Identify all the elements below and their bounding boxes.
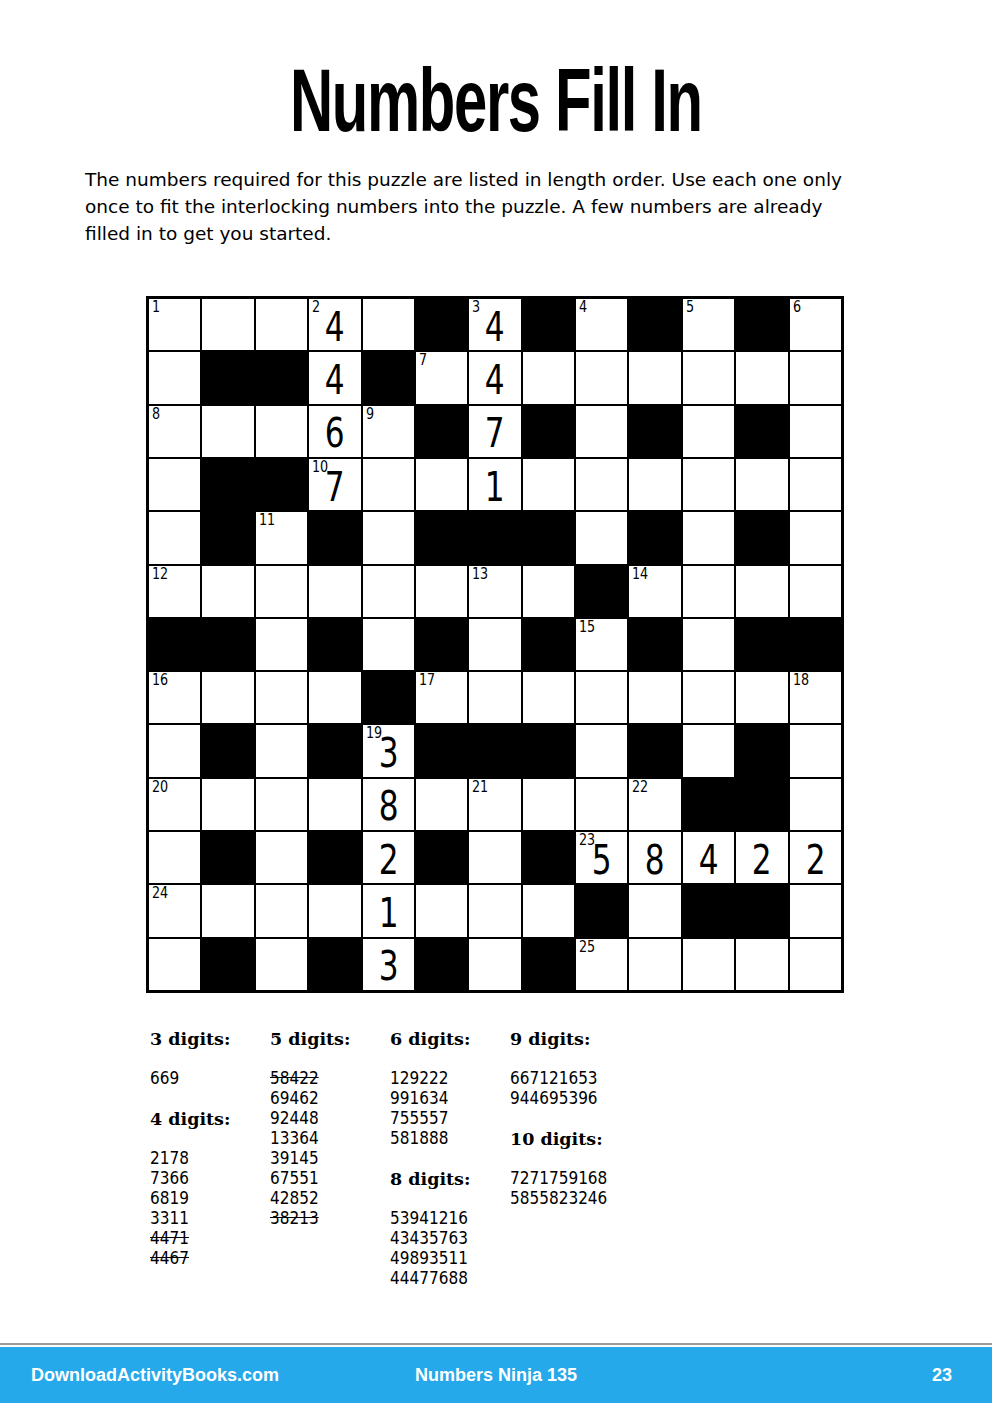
prefilled-digit: 4 [699,840,719,880]
title-wrap: Numbers Fill In [0,56,992,144]
clue-number-13: 13 [472,567,488,583]
cell-r2c8[interactable] [522,351,575,404]
cell-r4c11[interactable] [682,458,735,511]
number-13364: 13364 [270,1128,319,1148]
cell-r8c1[interactable]: 16 [148,671,201,724]
cell-r12c7[interactable] [468,884,521,937]
number-7271759168: 7271759168 [510,1168,607,1188]
cell-r6c7[interactable]: 13 [468,565,521,618]
cell-r1c8-black [522,298,575,351]
clue-number-20: 20 [152,780,168,796]
number-49893511: 49893511 [390,1248,468,1268]
number-row: 581888 [390,1128,510,1148]
cell-r5c2-black [201,511,254,564]
cell-r3c12-black [735,405,788,458]
number-7366: 7366 [150,1168,189,1188]
cell-r6c1[interactable]: 12 [148,565,201,618]
cell-r12c5[interactable]: 1 [362,884,415,937]
cell-r6c10[interactable]: 14 [628,565,681,618]
cell-r7c12-black [735,618,788,671]
prefilled-digit: 2 [378,840,398,880]
number-944695396: 944695396 [510,1088,598,1108]
cell-r7c10-black [628,618,681,671]
cell-r13c12[interactable] [735,938,788,991]
cell-r2c10[interactable] [628,351,681,404]
number-row: 13364 [270,1128,390,1148]
number-991634: 991634 [390,1088,448,1108]
cell-r12c10[interactable] [628,884,681,937]
cell-r5c10-black [628,511,681,564]
number-row: 755557 [390,1108,510,1128]
footer-bar: DownloadActivityBooks.com Numbers Ninja … [0,1347,992,1403]
number-row: 2178 [150,1148,270,1168]
cell-r13c8-black [522,938,575,991]
number-92448: 92448 [270,1108,319,1128]
cell-r13c1[interactable] [148,938,201,991]
number-58422-struck: 58422 [270,1068,322,1088]
prefilled-digit: 3 [378,946,398,986]
cell-r5c13[interactable] [789,511,842,564]
cell-r12c8[interactable] [522,884,575,937]
footer-page-number: 23 [932,1365,952,1386]
number-row: 129222 [390,1068,510,1088]
cell-r1c2[interactable] [201,298,254,351]
prefilled-digit: 4 [485,360,505,400]
cell-r2c5-black [362,351,415,404]
clue-number-9: 9 [366,407,374,423]
cell-r10c5[interactable]: 8 [362,778,415,831]
number-row: 991634 [390,1088,510,1108]
cell-r13c2-black [201,938,254,991]
list-heading: 9 digits: [510,1028,630,1050]
cell-r1c3[interactable] [255,298,308,351]
cell-r7c4-black [308,618,361,671]
number-row: 6819 [150,1188,270,1208]
cell-r10c1[interactable]: 20 [148,778,201,831]
cell-r9c7-black [468,724,521,777]
list-heading: 5 digits: [270,1028,390,1050]
clue-number-11: 11 [259,513,275,529]
cell-r5c9[interactable] [575,511,628,564]
cell-r6c9-black [575,565,628,618]
cell-r3c6-black [415,405,468,458]
cell-r2c12[interactable] [735,351,788,404]
cell-r11c4-black [308,831,361,884]
cell-r11c9[interactable]: 235 [575,831,628,884]
clue-number-22: 22 [632,780,648,796]
cell-r9c8-black [522,724,575,777]
number-row: 58422 [270,1068,390,1088]
cell-r3c2[interactable] [201,405,254,458]
cell-r8c10[interactable] [628,671,681,724]
cell-r5c5[interactable] [362,511,415,564]
clue-number-21: 21 [472,780,488,796]
cell-r11c8-black [522,831,575,884]
list-group-3-digits: 3 digits:669 [150,1028,270,1088]
cell-r12c9-black [575,884,628,937]
prefilled-digit: 7 [485,413,505,453]
cell-r12c1[interactable]: 24 [148,884,201,937]
number-39145: 39145 [270,1148,319,1168]
cell-r1c1[interactable]: 1 [148,298,201,351]
cell-r2c13[interactable] [789,351,842,404]
cell-r5c4-black [308,511,361,564]
number-4471-struck: 4471 [150,1228,192,1248]
cell-r8c3[interactable] [255,671,308,724]
cell-r1c13[interactable]: 6 [789,298,842,351]
cell-r13c5[interactable]: 3 [362,938,415,991]
number-lists: 3 digits:6694 digits:2178736668193311447… [150,1028,630,1288]
cell-r8c4[interactable] [308,671,361,724]
cell-r2c7[interactable]: 4 [468,351,521,404]
cell-r11c1[interactable] [148,831,201,884]
number-42852: 42852 [270,1188,319,1208]
cell-r10c4[interactable] [308,778,361,831]
number-row: 67551 [270,1168,390,1188]
clue-number-3: 3 [472,300,480,316]
number-row: 39145 [270,1148,390,1168]
cell-r4c1[interactable] [148,458,201,511]
cell-r12c4[interactable] [308,884,361,937]
cell-r1c12-black [735,298,788,351]
cell-r1c5[interactable] [362,298,415,351]
cell-r3c5[interactable]: 9 [362,405,415,458]
number-row: 69462 [270,1088,390,1108]
number-38213-struck: 38213 [270,1208,322,1228]
prefilled-digit: 4 [485,307,505,347]
clue-number-4: 4 [579,300,587,316]
cell-r6c3[interactable] [255,565,308,618]
list-group-8-digits: 8 digits:5394121643435763498935114447768… [390,1168,510,1288]
cell-r11c7[interactable] [468,831,521,884]
clue-number-15: 15 [579,620,595,636]
number-row: 669 [150,1068,270,1088]
cell-r8c11[interactable] [682,671,735,724]
cell-r5c8-black [522,511,575,564]
number-44477688: 44477688 [390,1268,468,1288]
number-row: 38213 [270,1208,390,1228]
cell-r10c11-black [682,778,735,831]
number-row: 7271759168 [510,1168,630,1188]
prefilled-digit: 5 [592,840,612,880]
instructions-line-3: filled in to get you started. [85,220,930,247]
cell-r12c6[interactable] [415,884,468,937]
cell-r5c6-black [415,511,468,564]
cell-r11c3[interactable] [255,831,308,884]
list-heading: 6 digits: [390,1028,510,1050]
cell-r4c12[interactable] [735,458,788,511]
prefilled-digit: 6 [325,413,345,453]
cell-r3c13[interactable] [789,405,842,458]
number-755557: 755557 [390,1108,448,1128]
cell-r8c12[interactable] [735,671,788,724]
list-column-4: 9 digits:66712165394469539610 digits:727… [510,1028,630,1288]
cell-r10c12-black [735,778,788,831]
cell-r12c13[interactable] [789,884,842,937]
cell-r4c13[interactable] [789,458,842,511]
cell-r6c5[interactable] [362,565,415,618]
cell-r11c13[interactable]: 2 [789,831,842,884]
cell-r9c13[interactable] [789,724,842,777]
cell-r1c11[interactable]: 5 [682,298,735,351]
cell-r3c9[interactable] [575,405,628,458]
page-title: Numbers Fill In [290,56,702,146]
cell-r5c3[interactable]: 11 [255,511,308,564]
cell-r10c10[interactable]: 22 [628,778,681,831]
cell-r9c12-black [735,724,788,777]
cell-r2c9[interactable] [575,351,628,404]
cell-r13c10[interactable] [628,938,681,991]
clue-number-2: 2 [312,300,320,316]
cell-r13c11[interactable] [682,938,735,991]
cell-r5c1[interactable] [148,511,201,564]
cell-r6c8[interactable] [522,565,575,618]
prefilled-digit: 1 [378,893,398,933]
cell-r6c12[interactable] [735,565,788,618]
number-667121653: 667121653 [510,1068,598,1088]
cell-r10c6[interactable] [415,778,468,831]
prefilled-digit: 4 [325,360,345,400]
cell-r6c2[interactable] [201,565,254,618]
cell-r11c11[interactable]: 4 [682,831,735,884]
clue-number-17: 17 [419,673,435,689]
number-row: 49893511 [390,1248,510,1268]
cell-r4c8[interactable] [522,458,575,511]
cell-r7c11[interactable] [682,618,735,671]
list-group-6-digits: 6 digits:129222991634755557581888 [390,1028,510,1148]
cell-r6c6[interactable] [415,565,468,618]
cell-r7c9[interactable]: 15 [575,618,628,671]
cell-r8c9[interactable] [575,671,628,724]
cell-r13c13[interactable] [789,938,842,991]
cell-r10c7[interactable]: 21 [468,778,521,831]
list-heading: 8 digits: [390,1168,510,1190]
cell-r11c2-black [201,831,254,884]
cell-r6c13[interactable] [789,565,842,618]
clue-number-25: 25 [579,940,595,956]
cell-r2c1[interactable] [148,351,201,404]
prefilled-digit: 4 [325,307,345,347]
clue-number-5: 5 [686,300,694,316]
page: Numbers Fill In The numbers required for… [0,0,992,1403]
cell-r11c12[interactable]: 2 [735,831,788,884]
cell-r7c6-black [415,618,468,671]
cell-r5c12-black [735,511,788,564]
cell-r1c4[interactable]: 24 [308,298,361,351]
cell-r4c7[interactable]: 1 [468,458,521,511]
cell-r3c8-black [522,405,575,458]
cell-r4c6[interactable] [415,458,468,511]
cell-r4c5[interactable] [362,458,415,511]
cell-r3c11[interactable] [682,405,735,458]
cell-r4c4[interactable]: 107 [308,458,361,511]
list-column-2: 5 digits:5842269462924481336439145675514… [270,1028,390,1288]
prefilled-digit: 2 [805,840,825,880]
cell-r9c4-black [308,724,361,777]
number-4467-struck: 4467 [150,1248,192,1268]
cell-r8c2[interactable] [201,671,254,724]
prefilled-digit: 2 [752,840,772,880]
cell-r2c11[interactable] [682,351,735,404]
list-group-4-digits: 4 digits:217873666819331144714467 [150,1108,270,1268]
cell-r2c6[interactable]: 7 [415,351,468,404]
cell-r12c3[interactable] [255,884,308,937]
number-2178: 2178 [150,1148,189,1168]
prefilled-digit: 7 [325,467,345,507]
cell-r9c9[interactable] [575,724,628,777]
cell-r7c7[interactable] [468,618,521,671]
cell-r12c2[interactable] [201,884,254,937]
number-row: 4467 [150,1248,270,1268]
prefilled-digit: 3 [378,733,398,773]
cell-r10c8[interactable] [522,778,575,831]
list-heading: 4 digits: [150,1108,270,1130]
number-row: 667121653 [510,1068,630,1088]
number-row: 5855823246 [510,1188,630,1208]
cell-r9c2-black [201,724,254,777]
cell-r7c8-black [522,618,575,671]
cell-r9c10-black [628,724,681,777]
cell-r3c10-black [628,405,681,458]
cell-r13c3[interactable] [255,938,308,991]
clue-number-6: 6 [793,300,801,316]
cell-r1c9[interactable]: 4 [575,298,628,351]
cell-r8c13[interactable]: 18 [789,671,842,724]
list-group-5-digits: 5 digits:5842269462924481336439145675514… [270,1028,390,1228]
clue-number-12: 12 [152,567,168,583]
list-group-9-digits: 9 digits:667121653944695396 [510,1028,630,1108]
number-6819: 6819 [150,1188,189,1208]
clue-number-1: 1 [152,300,160,316]
cell-r7c5[interactable] [362,618,415,671]
cell-r2c2-black [201,351,254,404]
cell-r2c3-black [255,351,308,404]
cell-r4c10[interactable] [628,458,681,511]
prefilled-digit: 8 [378,786,398,826]
cell-r3c7[interactable]: 7 [468,405,521,458]
cell-r1c7[interactable]: 34 [468,298,521,351]
cell-r7c3[interactable] [255,618,308,671]
footer-divider [0,1343,992,1345]
list-group-10-digits: 10 digits:72717591685855823246 [510,1128,630,1208]
list-heading: 10 digits: [510,1128,630,1150]
number-row: 42852 [270,1188,390,1208]
footer-series-title: Numbers Ninja 135 [0,1365,992,1386]
cell-r3c4[interactable]: 6 [308,405,361,458]
cell-r12c11-black [682,884,735,937]
cell-r1c10-black [628,298,681,351]
cell-r13c7[interactable] [468,938,521,991]
number-3311: 3311 [150,1208,189,1228]
clue-number-24: 24 [152,886,168,902]
cell-r3c1[interactable]: 8 [148,405,201,458]
number-669: 669 [150,1068,179,1088]
cell-r10c9[interactable] [575,778,628,831]
number-53941216: 53941216 [390,1208,468,1228]
cell-r8c8[interactable] [522,671,575,724]
number-row: 7366 [150,1168,270,1188]
cell-r4c3-black [255,458,308,511]
cell-r9c6-black [415,724,468,777]
number-row: 3311 [150,1208,270,1228]
cell-r13c6-black [415,938,468,991]
cell-r12c12-black [735,884,788,937]
cell-r6c11[interactable] [682,565,735,618]
prefilled-digit: 1 [485,467,505,507]
cell-r5c11[interactable] [682,511,735,564]
number-129222: 129222 [390,1068,448,1088]
cell-r9c3[interactable] [255,724,308,777]
number-69462: 69462 [270,1088,319,1108]
cell-r10c2[interactable] [201,778,254,831]
prefilled-digit: 8 [645,840,665,880]
number-row: 43435763 [390,1228,510,1248]
cell-r1c6-black [415,298,468,351]
clue-number-7: 7 [419,353,427,369]
clue-number-14: 14 [632,567,648,583]
list-column-1: 3 digits:6694 digits:2178736668193311447… [150,1028,270,1288]
cell-r7c2-black [201,618,254,671]
clue-number-8: 8 [152,407,160,423]
cell-r7c13-black [789,618,842,671]
cell-r11c10[interactable]: 8 [628,831,681,884]
cell-r9c5[interactable]: 193 [362,724,415,777]
cell-r4c9[interactable] [575,458,628,511]
clue-number-16: 16 [152,673,168,689]
cell-r2c4[interactable]: 4 [308,351,361,404]
cell-r11c6-black [415,831,468,884]
clue-number-18: 18 [793,673,809,689]
cell-r3c3[interactable] [255,405,308,458]
number-43435763: 43435763 [390,1228,468,1248]
cell-r6c4[interactable] [308,565,361,618]
number-row: 44477688 [390,1268,510,1288]
cell-r8c7[interactable] [468,671,521,724]
puzzle-board: 1243445647486971071111213141516171819320… [146,296,844,993]
cell-r13c4-black [308,938,361,991]
cell-r10c3[interactable] [255,778,308,831]
number-581888: 581888 [390,1128,448,1148]
instructions-line-1: The numbers required for this puzzle are… [85,166,930,193]
cell-r13c9[interactable]: 25 [575,938,628,991]
cell-r11c5[interactable]: 2 [362,831,415,884]
cell-r10c13[interactable] [789,778,842,831]
number-5855823246: 5855823246 [510,1188,607,1208]
number-row: 4471 [150,1228,270,1248]
number-row: 53941216 [390,1208,510,1228]
number-67551: 67551 [270,1168,319,1188]
list-heading: 3 digits: [150,1028,270,1050]
cell-r9c11[interactable] [682,724,735,777]
number-row: 92448 [270,1108,390,1128]
instructions-line-2: once to fit the interlocking numbers int… [85,193,930,220]
cell-r8c6[interactable]: 17 [415,671,468,724]
instructions: The numbers required for this puzzle are… [85,166,930,247]
cell-r9c1[interactable] [148,724,201,777]
cell-r5c7-black [468,511,521,564]
cell-r4c2-black [201,458,254,511]
cell-r7c1-black [148,618,201,671]
number-row: 944695396 [510,1088,630,1108]
list-column-3: 6 digits:1292229916347555575818888 digit… [390,1028,510,1288]
cell-r8c5-black [362,671,415,724]
